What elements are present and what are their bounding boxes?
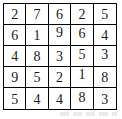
cell-digit: 9 xyxy=(11,71,18,85)
grid-cell-r4c2: 5 xyxy=(26,67,48,88)
grid-cell-r3c4: 5 xyxy=(71,46,93,67)
cell-digit: 4 xyxy=(56,93,63,107)
cell-digit: 1 xyxy=(78,68,85,82)
grid-cell-r4c4: 1 xyxy=(71,67,93,88)
cell-digit: 9 xyxy=(56,26,63,40)
cell-digit: 4 xyxy=(34,93,41,107)
number-grid-board: 2762561964483539521854483 xyxy=(3,3,117,110)
number-grid-page: 2762561964483539521854483 xyxy=(0,0,122,119)
grid-cell-r4c3: 2 xyxy=(49,67,71,88)
cell-digit: 6 xyxy=(11,29,18,43)
grid-cell-r3c3: 3 xyxy=(49,46,71,67)
watermark-smudge xyxy=(60,112,117,116)
cell-digit: 5 xyxy=(101,8,108,22)
cell-digit: 5 xyxy=(78,48,85,62)
grid-cell-r2c3: 9 xyxy=(49,25,71,46)
grid-cell-r3c5: 3 xyxy=(94,46,116,67)
grid-cell-r2c4: 6 xyxy=(71,25,93,46)
cell-digit: 3 xyxy=(101,48,108,62)
cell-digit: 3 xyxy=(101,93,108,107)
cell-digit: 4 xyxy=(101,29,108,43)
grid-cell-r2c1: 6 xyxy=(4,25,26,46)
cell-digit: 4 xyxy=(11,50,18,64)
grid-cell-r4c1: 9 xyxy=(4,67,26,88)
grid-cell-r3c2: 8 xyxy=(26,46,48,67)
grid-cell-r1c5: 5 xyxy=(94,4,116,25)
grid-cell-r5c3: 4 xyxy=(49,88,71,109)
cell-digit: 8 xyxy=(78,91,85,105)
grid-cell-r5c1: 5 xyxy=(4,88,26,109)
cell-digit: 8 xyxy=(101,71,108,85)
grid-cell-r5c4: 8 xyxy=(71,88,93,109)
grid-cell-r2c5: 4 xyxy=(94,25,116,46)
cell-digit: 2 xyxy=(11,8,18,22)
grid-cell-r5c5: 3 xyxy=(94,88,116,109)
cell-digit: 2 xyxy=(56,71,63,85)
cell-digit: 6 xyxy=(56,8,63,22)
grid-cell-r1c1: 2 xyxy=(4,4,26,25)
cell-digit: 8 xyxy=(34,50,41,64)
cell-digit: 6 xyxy=(78,27,85,41)
grid-cell-r1c2: 7 xyxy=(26,4,48,25)
cell-digit: 2 xyxy=(78,8,85,22)
grid-cell-r1c4: 2 xyxy=(71,4,93,25)
cell-digit: 5 xyxy=(11,93,18,107)
cell-digit: 3 xyxy=(56,50,63,64)
cell-digit: 5 xyxy=(34,71,41,85)
grid-cell-r2c2: 1 xyxy=(26,25,48,46)
grid-cell-r4c5: 8 xyxy=(94,67,116,88)
grid-cell-r3c1: 4 xyxy=(4,46,26,67)
cell-digit: 1 xyxy=(34,29,41,43)
cell-digit: 7 xyxy=(34,8,41,22)
grid-cell-r1c3: 6 xyxy=(49,4,71,25)
grid-cell-r5c2: 4 xyxy=(26,88,48,109)
